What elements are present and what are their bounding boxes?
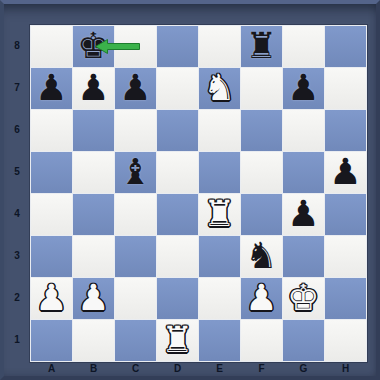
square-e3[interactable] xyxy=(199,236,240,277)
piece-black-king[interactable]: ♚ xyxy=(77,25,109,66)
square-b6[interactable] xyxy=(73,110,114,151)
square-h4[interactable] xyxy=(325,194,366,235)
piece-black-bishop[interactable]: ♝ xyxy=(119,151,151,192)
rank-label-2: 2 xyxy=(4,292,30,306)
square-b1[interactable] xyxy=(73,320,114,361)
square-h7[interactable] xyxy=(325,68,366,109)
file-label-E: E xyxy=(210,363,230,377)
piece-black-pawn[interactable]: ♟ xyxy=(35,67,67,108)
square-g7[interactable]: ♟ xyxy=(283,68,324,109)
square-f8[interactable]: ♜ xyxy=(241,26,282,67)
square-e6[interactable] xyxy=(199,110,240,151)
square-a1[interactable] xyxy=(31,320,72,361)
square-h3[interactable] xyxy=(325,236,366,277)
piece-black-knight[interactable]: ♞ xyxy=(245,235,277,276)
square-a3[interactable] xyxy=(31,236,72,277)
square-d1[interactable]: ♜ xyxy=(157,320,198,361)
piece-white-pawn[interactable]: ♟ xyxy=(245,277,277,318)
file-label-D: D xyxy=(168,363,188,377)
file-label-G: G xyxy=(294,363,314,377)
square-e2[interactable] xyxy=(199,278,240,319)
piece-white-pawn[interactable]: ♟ xyxy=(35,277,67,318)
board-frame: 87654321 ABCDEFGH ♚♜♟♟♟♞♟♝♟♜♟♞♟♟♟♚♜ xyxy=(0,0,380,380)
piece-black-pawn[interactable]: ♟ xyxy=(119,67,151,108)
square-a7[interactable]: ♟ xyxy=(31,68,72,109)
square-b4[interactable] xyxy=(73,194,114,235)
piece-white-king[interactable]: ♚ xyxy=(287,277,319,318)
square-d4[interactable] xyxy=(157,194,198,235)
rank-label-1: 1 xyxy=(4,334,30,348)
square-h6[interactable] xyxy=(325,110,366,151)
square-c5[interactable]: ♝ xyxy=(115,152,156,193)
square-f6[interactable] xyxy=(241,110,282,151)
square-a4[interactable] xyxy=(31,194,72,235)
square-d5[interactable] xyxy=(157,152,198,193)
square-g4[interactable]: ♟ xyxy=(283,194,324,235)
square-g3[interactable] xyxy=(283,236,324,277)
square-d3[interactable] xyxy=(157,236,198,277)
square-c6[interactable] xyxy=(115,110,156,151)
square-e1[interactable] xyxy=(199,320,240,361)
piece-black-rook[interactable]: ♜ xyxy=(245,25,277,66)
square-c3[interactable] xyxy=(115,236,156,277)
square-e5[interactable] xyxy=(199,152,240,193)
square-h8[interactable] xyxy=(325,26,366,67)
piece-black-pawn[interactable]: ♟ xyxy=(287,193,319,234)
square-g6[interactable] xyxy=(283,110,324,151)
piece-black-pawn[interactable]: ♟ xyxy=(329,151,361,192)
square-b3[interactable] xyxy=(73,236,114,277)
square-e4[interactable]: ♜ xyxy=(199,194,240,235)
square-f7[interactable] xyxy=(241,68,282,109)
piece-black-pawn[interactable]: ♟ xyxy=(77,67,109,108)
piece-white-knight[interactable]: ♞ xyxy=(203,67,235,108)
square-g8[interactable] xyxy=(283,26,324,67)
rank-label-6: 6 xyxy=(4,124,30,138)
square-a8[interactable] xyxy=(31,26,72,67)
square-b5[interactable] xyxy=(73,152,114,193)
file-label-F: F xyxy=(252,363,272,377)
piece-black-pawn[interactable]: ♟ xyxy=(287,67,319,108)
square-a6[interactable] xyxy=(31,110,72,151)
square-f3[interactable]: ♞ xyxy=(241,236,282,277)
file-label-A: A xyxy=(42,363,62,377)
square-d7[interactable] xyxy=(157,68,198,109)
square-d2[interactable] xyxy=(157,278,198,319)
square-c8[interactable] xyxy=(115,26,156,67)
square-g1[interactable] xyxy=(283,320,324,361)
square-g2[interactable]: ♚ xyxy=(283,278,324,319)
rank-label-8: 8 xyxy=(4,40,30,54)
square-c2[interactable] xyxy=(115,278,156,319)
rank-label-3: 3 xyxy=(4,250,30,264)
square-e7[interactable]: ♞ xyxy=(199,68,240,109)
rank-label-7: 7 xyxy=(4,82,30,96)
square-f4[interactable] xyxy=(241,194,282,235)
square-h5[interactable]: ♟ xyxy=(325,152,366,193)
square-c1[interactable] xyxy=(115,320,156,361)
square-b8[interactable]: ♚ xyxy=(73,26,114,67)
square-f2[interactable]: ♟ xyxy=(241,278,282,319)
square-a2[interactable]: ♟ xyxy=(31,278,72,319)
square-d8[interactable] xyxy=(157,26,198,67)
square-h2[interactable] xyxy=(325,278,366,319)
rank-label-4: 4 xyxy=(4,208,30,222)
square-b2[interactable]: ♟ xyxy=(73,278,114,319)
square-f5[interactable] xyxy=(241,152,282,193)
square-f1[interactable] xyxy=(241,320,282,361)
square-b7[interactable]: ♟ xyxy=(73,68,114,109)
square-c7[interactable]: ♟ xyxy=(115,68,156,109)
file-label-B: B xyxy=(84,363,104,377)
square-a5[interactable] xyxy=(31,152,72,193)
square-g5[interactable] xyxy=(283,152,324,193)
piece-white-rook[interactable]: ♜ xyxy=(161,319,193,360)
file-label-H: H xyxy=(336,363,356,377)
square-c4[interactable] xyxy=(115,194,156,235)
square-h1[interactable] xyxy=(325,320,366,361)
chess-board: ♚♜♟♟♟♞♟♝♟♜♟♞♟♟♟♚♜ xyxy=(30,25,367,362)
square-e8[interactable] xyxy=(199,26,240,67)
square-d6[interactable] xyxy=(157,110,198,151)
file-label-C: C xyxy=(126,363,146,377)
rank-label-5: 5 xyxy=(4,166,30,180)
piece-white-rook[interactable]: ♜ xyxy=(203,193,235,234)
piece-white-pawn[interactable]: ♟ xyxy=(77,277,109,318)
